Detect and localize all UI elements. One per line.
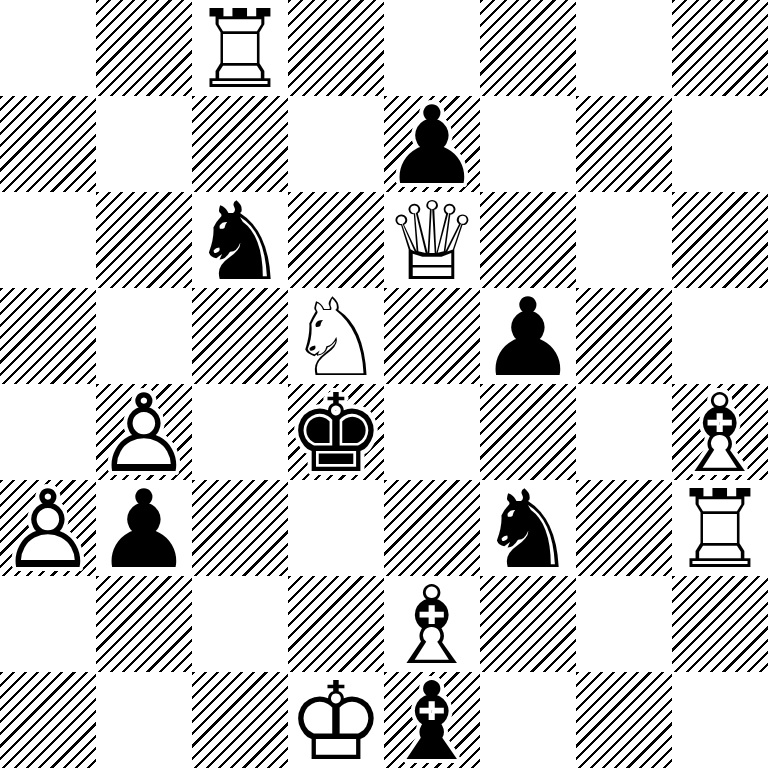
square-f1[interactable] [480,672,576,768]
square-b2[interactable] [96,576,192,672]
square-d3[interactable] [288,480,384,576]
piece-halo: ♚ [288,386,384,482]
chess-board: ♜♖♟♟♞♞♛♕♞♘♟♟♟♙♚♚♝♗♟♙♟♟♞♞♜♖♝♗♚♔♝♝ [0,0,768,768]
black-bishop: ♝ [384,674,480,768]
square-a2[interactable] [0,576,96,672]
square-c1[interactable] [192,672,288,768]
square-g2[interactable] [576,576,672,672]
square-h6[interactable] [672,192,768,288]
square-e6[interactable]: ♛♕ [384,192,480,288]
white-rook: ♖ [192,2,288,98]
piece-halo: ♜ [192,2,288,98]
square-f7[interactable] [480,96,576,192]
square-h3[interactable]: ♜♖ [672,480,768,576]
square-d1[interactable]: ♚♔ [288,672,384,768]
square-f3[interactable]: ♞♞ [480,480,576,576]
square-a7[interactable] [0,96,96,192]
square-h5[interactable] [672,288,768,384]
square-g7[interactable] [576,96,672,192]
square-d2[interactable] [288,576,384,672]
square-e2[interactable]: ♝♗ [384,576,480,672]
black-pawn: ♟ [96,482,192,578]
piece-halo: ♝ [384,674,480,768]
square-e4[interactable] [384,384,480,480]
piece-halo: ♞ [480,482,576,578]
square-b6[interactable] [96,192,192,288]
black-pawn: ♟ [480,290,576,386]
white-rook: ♖ [672,482,768,578]
square-c7[interactable] [192,96,288,192]
square-g8[interactable] [576,0,672,96]
square-g3[interactable] [576,480,672,576]
square-c4[interactable] [192,384,288,480]
white-king: ♔ [288,674,384,768]
square-d6[interactable] [288,192,384,288]
square-c5[interactable] [192,288,288,384]
white-pawn: ♙ [0,482,96,578]
white-bishop: ♗ [384,578,480,674]
piece-halo: ♛ [384,194,480,290]
square-g5[interactable] [576,288,672,384]
square-a3[interactable]: ♟♙ [0,480,96,576]
square-b3[interactable]: ♟♟ [96,480,192,576]
square-a1[interactable] [0,672,96,768]
piece-halo: ♟ [96,386,192,482]
white-pawn: ♙ [96,386,192,482]
piece-halo: ♟ [96,482,192,578]
black-knight: ♞ [480,482,576,578]
square-c6[interactable]: ♞♞ [192,192,288,288]
square-b5[interactable] [96,288,192,384]
square-h1[interactable] [672,672,768,768]
piece-halo: ♚ [288,674,384,768]
piece-halo: ♟ [480,290,576,386]
square-a4[interactable] [0,384,96,480]
square-d8[interactable] [288,0,384,96]
square-b4[interactable]: ♟♙ [96,384,192,480]
square-b1[interactable] [96,672,192,768]
square-h4[interactable]: ♝♗ [672,384,768,480]
black-knight: ♞ [192,194,288,290]
black-king: ♚ [288,386,384,482]
square-g6[interactable] [576,192,672,288]
square-h2[interactable] [672,576,768,672]
square-f5[interactable]: ♟♟ [480,288,576,384]
square-f2[interactable] [480,576,576,672]
square-c3[interactable] [192,480,288,576]
white-knight: ♘ [288,290,384,386]
black-pawn: ♟ [384,98,480,194]
square-g4[interactable] [576,384,672,480]
square-e8[interactable] [384,0,480,96]
piece-halo: ♜ [672,482,768,578]
square-f6[interactable] [480,192,576,288]
square-b7[interactable] [96,96,192,192]
square-c2[interactable] [192,576,288,672]
piece-halo: ♝ [672,386,768,482]
piece-halo: ♞ [288,290,384,386]
square-b8[interactable] [96,0,192,96]
square-h7[interactable] [672,96,768,192]
piece-halo: ♞ [192,194,288,290]
white-bishop: ♗ [672,386,768,482]
square-d4[interactable]: ♚♚ [288,384,384,480]
square-f8[interactable] [480,0,576,96]
piece-halo: ♟ [384,98,480,194]
square-h8[interactable] [672,0,768,96]
square-d5[interactable]: ♞♘ [288,288,384,384]
square-a8[interactable] [0,0,96,96]
square-e3[interactable] [384,480,480,576]
square-a5[interactable] [0,288,96,384]
square-g1[interactable] [576,672,672,768]
piece-halo: ♝ [384,578,480,674]
square-f4[interactable] [480,384,576,480]
square-e5[interactable] [384,288,480,384]
square-a6[interactable] [0,192,96,288]
square-e7[interactable]: ♟♟ [384,96,480,192]
square-e1[interactable]: ♝♝ [384,672,480,768]
white-queen: ♕ [384,194,480,290]
square-c8[interactable]: ♜♖ [192,0,288,96]
square-d7[interactable] [288,96,384,192]
piece-halo: ♟ [0,482,96,578]
